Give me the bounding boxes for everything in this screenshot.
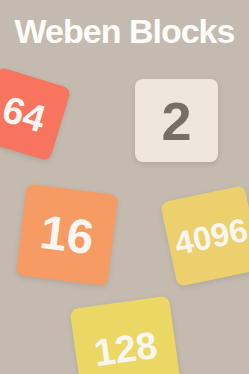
tile-4096: 4096 xyxy=(160,185,249,287)
app-title: Weben Blocks xyxy=(0,12,249,51)
tile-2: 2 xyxy=(135,79,218,162)
tile-128: 128 xyxy=(70,296,183,374)
tile-16: 16 xyxy=(16,184,119,287)
splash-screen: Weben Blocks 64 2 16 4096 128 xyxy=(0,0,249,374)
tile-64: 64 xyxy=(0,67,71,162)
